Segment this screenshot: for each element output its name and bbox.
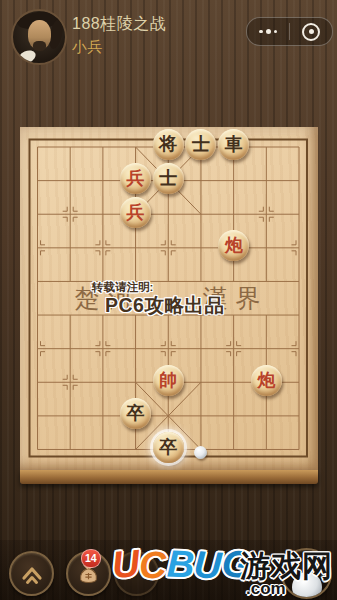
ucbug-watermark-com: .com [246, 579, 286, 599]
piece-red-cannon[interactable]: 炮 [218, 230, 249, 261]
close-button[interactable] [290, 18, 332, 45]
level-title: 188桂陵之战 [72, 14, 166, 35]
piece-black-pawn[interactable]: 卒 [120, 398, 151, 429]
board-point[interactable]: 車 [217, 130, 250, 164]
board-point[interactable]: 卒 [119, 399, 152, 433]
board-point[interactable] [185, 433, 218, 467]
avatar-collar [16, 48, 37, 65]
board-point[interactable]: 士 [185, 130, 218, 164]
board-point[interactable]: 兵 [119, 197, 152, 231]
board-watermark-line2: PC6攻略出品 [105, 292, 224, 319]
board-edge-bevel [20, 470, 318, 484]
board-point[interactable]: 卒 [152, 433, 185, 467]
board-point[interactable]: 士 [152, 164, 185, 198]
player-avatar [11, 9, 67, 65]
xiangqi-board: 楚河漢界 将士車兵士兵炮帥炮卒卒 转载请注明: PC6攻略出品 [20, 127, 318, 470]
board-point[interactable]: 将 [152, 130, 185, 164]
board-point[interactable]: 帥 [152, 365, 185, 399]
rank-subtitle: 小兵 [72, 38, 102, 57]
board-point[interactable]: 炮 [250, 365, 283, 399]
ellipsis-icon [259, 29, 277, 34]
piece-black-advisor[interactable]: 士 [153, 163, 184, 194]
chevron-up-icon [19, 561, 45, 587]
piece-red-pawn[interactable]: 兵 [120, 163, 151, 194]
piece-red-general[interactable]: 帥 [153, 365, 184, 396]
last-move-marker [194, 446, 207, 459]
collapse-button[interactable] [9, 551, 54, 596]
piece-black-pawn[interactable]: 卒 [153, 432, 184, 463]
piece-black-general[interactable]: 将 [153, 129, 184, 160]
piece-black-advisor[interactable]: 士 [185, 129, 216, 160]
piece-black-chariot[interactable]: 車 [218, 129, 249, 160]
coins-badge: 14 [81, 549, 101, 568]
piece-red-cannon[interactable]: 炮 [251, 365, 282, 396]
avatar-beard [33, 41, 46, 51]
close-circle-icon [302, 23, 320, 41]
board-point[interactable]: 炮 [217, 231, 250, 265]
piece-red-pawn[interactable]: 兵 [120, 197, 151, 228]
board-point[interactable]: 兵 [119, 164, 152, 198]
ucbug-watermark: UCBUG [112, 543, 251, 586]
wechat-capsule [246, 17, 333, 46]
more-options-button[interactable] [247, 18, 289, 45]
